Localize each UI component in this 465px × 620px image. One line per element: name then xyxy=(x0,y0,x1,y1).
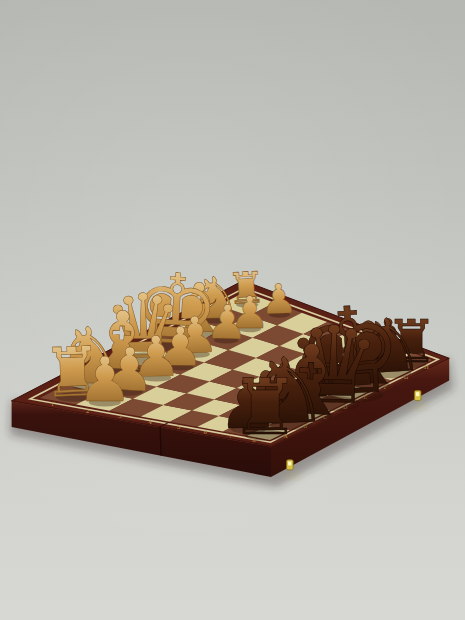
piece-white-pawn-a2[interactable]: ♟ xyxy=(77,344,132,416)
rank-label-5: 5 xyxy=(177,424,181,430)
photo-backdrop: 12345678ABCDEFGH♜♟♞♟♝♟♚♟♟♛♜♟♟♝♞♟♟♞♝♟♟♚♜♟… xyxy=(0,0,465,620)
svg-text:♜: ♜ xyxy=(230,362,300,452)
chess-scene: 12345678ABCDEFGH♜♟♞♟♝♟♚♟♟♛♜♟♟♝♞♟♟♞♝♟♟♚♜♟… xyxy=(0,0,465,620)
svg-text:♟: ♟ xyxy=(77,344,132,416)
piece-black-rook-a8[interactable]: ♜ xyxy=(230,362,300,452)
rank-label-6: 6 xyxy=(204,429,208,435)
rank-label-4: 4 xyxy=(149,419,153,425)
